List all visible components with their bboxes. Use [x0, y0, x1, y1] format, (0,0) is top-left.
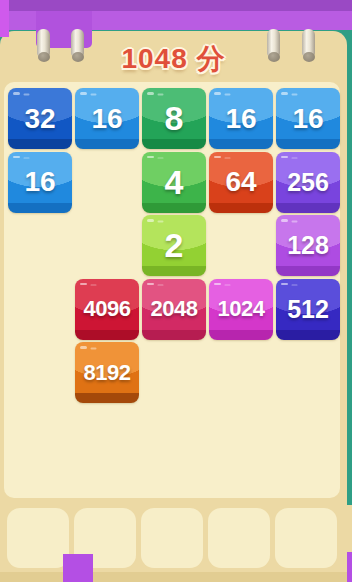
tile-grid: 3216816161646425621284096204810245128192: [8, 88, 340, 467]
corner-accent: [0, 0, 9, 37]
edge-block-decor: [347, 552, 352, 582]
game-screen: 1048 分 321681616164642562128409620481024…: [0, 0, 352, 582]
score-display: 1048 分: [0, 40, 347, 78]
tile-16[interactable]: 16: [209, 88, 273, 149]
tile-1024[interactable]: 1024: [209, 279, 273, 340]
queue-slot-3: [141, 508, 203, 568]
tile-16[interactable]: 16: [75, 88, 139, 149]
board-pin-3: [267, 29, 280, 56]
tile-4096[interactable]: 4096: [75, 279, 139, 340]
tile-512[interactable]: 512: [276, 279, 340, 340]
queue-slot-4: [208, 508, 270, 568]
board-pin-1: [37, 29, 50, 56]
queue-slot-1: [7, 508, 69, 568]
tile-2[interactable]: 2: [142, 215, 206, 276]
header-bar-dark: [9, 0, 352, 11]
board-pin-2: [71, 29, 84, 56]
tile-128[interactable]: 128: [276, 215, 340, 276]
queue-slot-row: [7, 508, 345, 568]
shelf-right-edge: [347, 31, 352, 505]
board-pin-4: [302, 29, 315, 56]
tile-8[interactable]: 8: [142, 88, 206, 149]
tile-256[interactable]: 256: [276, 152, 340, 213]
tile-8192[interactable]: 8192: [75, 342, 139, 403]
tile-32[interactable]: 32: [8, 88, 72, 149]
falling-block-decor: [63, 554, 93, 582]
queue-slot-5: [275, 508, 337, 568]
tile-4[interactable]: 4: [142, 152, 206, 213]
bottom-strip: [0, 572, 352, 582]
tile-2048[interactable]: 2048: [142, 279, 206, 340]
tile-16[interactable]: 16: [8, 152, 72, 213]
tile-64[interactable]: 64: [209, 152, 273, 213]
tile-16[interactable]: 16: [276, 88, 340, 149]
